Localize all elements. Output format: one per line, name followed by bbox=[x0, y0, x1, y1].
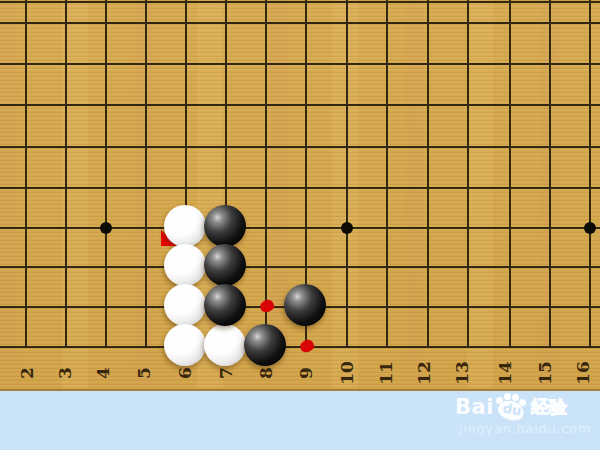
board-vertical-line bbox=[427, 0, 429, 348]
coordinate-label: 7 bbox=[216, 367, 236, 379]
white-stone bbox=[164, 205, 206, 247]
board-vertical-line bbox=[386, 0, 388, 348]
star-point bbox=[341, 222, 353, 234]
board-vertical-line bbox=[549, 0, 551, 348]
baidu-logo-bai-text: Bai bbox=[455, 395, 494, 419]
coordinate-label: 9 bbox=[296, 367, 316, 379]
coordinate-label: 4 bbox=[93, 367, 113, 379]
board-vertical-line bbox=[145, 0, 147, 348]
baidu-logo-du-text: du bbox=[502, 400, 523, 418]
white-stone bbox=[164, 324, 206, 366]
board-vertical-line bbox=[589, 0, 591, 348]
screenshot-stage: 2345678910111213141516 Bai du 经验 jingyan… bbox=[0, 0, 600, 450]
coordinate-label: 6 bbox=[175, 367, 195, 379]
coordinate-label: 13 bbox=[452, 361, 472, 385]
baidu-logo-jingyan-text: 经验 bbox=[531, 395, 567, 419]
black-stone bbox=[204, 284, 246, 326]
black-stone bbox=[284, 284, 326, 326]
coordinate-label: 16 bbox=[573, 361, 593, 385]
board-vertical-line bbox=[265, 0, 267, 348]
red-dot-marker bbox=[299, 338, 315, 353]
paw-toe-icon bbox=[512, 394, 519, 401]
coordinate-label: 3 bbox=[55, 367, 75, 379]
coordinate-label: 5 bbox=[134, 367, 154, 379]
white-stone bbox=[164, 284, 206, 326]
board-vertical-line bbox=[65, 0, 67, 348]
coordinate-label: 14 bbox=[495, 361, 515, 385]
coordinate-label: 10 bbox=[337, 361, 357, 385]
star-point bbox=[100, 222, 112, 234]
black-stone bbox=[204, 205, 246, 247]
red-dot-marker bbox=[259, 298, 275, 313]
coordinate-label: 2 bbox=[17, 367, 37, 379]
star-point bbox=[584, 222, 596, 234]
coordinate-label: 12 bbox=[414, 361, 434, 385]
black-stone bbox=[204, 244, 246, 286]
watermark-url: jingyan.baidu.com bbox=[455, 421, 595, 436]
baidu-paw-icon: du bbox=[496, 394, 527, 421]
coordinate-label: 15 bbox=[535, 361, 555, 385]
board-vertical-line bbox=[25, 0, 27, 348]
board-vertical-line bbox=[346, 0, 348, 348]
board-vertical-line bbox=[467, 0, 469, 348]
coordinate-label: 11 bbox=[376, 361, 396, 385]
baidu-logo: Bai du 经验 bbox=[455, 394, 595, 420]
go-board[interactable]: 2345678910111213141516 bbox=[0, 0, 600, 391]
baidu-jingyan-watermark: Bai du 经验 jingyan.baidu.com bbox=[455, 394, 595, 436]
paw-toe-icon bbox=[504, 393, 511, 400]
white-stone bbox=[204, 324, 246, 366]
board-vertical-line bbox=[509, 0, 511, 348]
coordinate-label: 8 bbox=[256, 367, 276, 379]
white-stone bbox=[164, 244, 206, 286]
board-vertical-line bbox=[105, 0, 107, 348]
black-stone bbox=[244, 324, 286, 366]
